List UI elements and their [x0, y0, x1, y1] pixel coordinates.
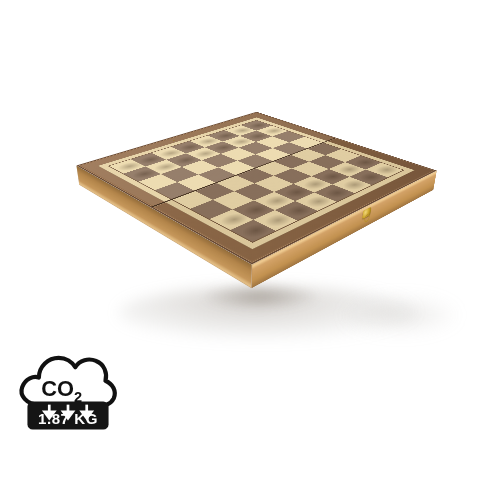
board-square: [161, 167, 198, 182]
chess-board: ♜♞♝♛♚♝♞♜♟♟♟♟♟♟♟♟♟♟♟♟♟♟♟♟♜♞♝♛♚♝♞♜: [76, 112, 437, 265]
board-square: [177, 175, 216, 191]
product-photo-stage: { "game": "chess", "scene_description": …: [0, 0, 480, 480]
co2-badge: CO2 1.87 KG: [16, 342, 120, 434]
board-square: [155, 182, 195, 199]
brass-clasp-icon: [362, 207, 371, 220]
board-square: [139, 174, 177, 190]
chess-piece-light-r: ♜: [232, 185, 274, 232]
board-square: [172, 191, 213, 209]
co2-value: 1.87 KG: [38, 410, 98, 427]
chess-piece-dark-p: ♟: [127, 140, 158, 175]
